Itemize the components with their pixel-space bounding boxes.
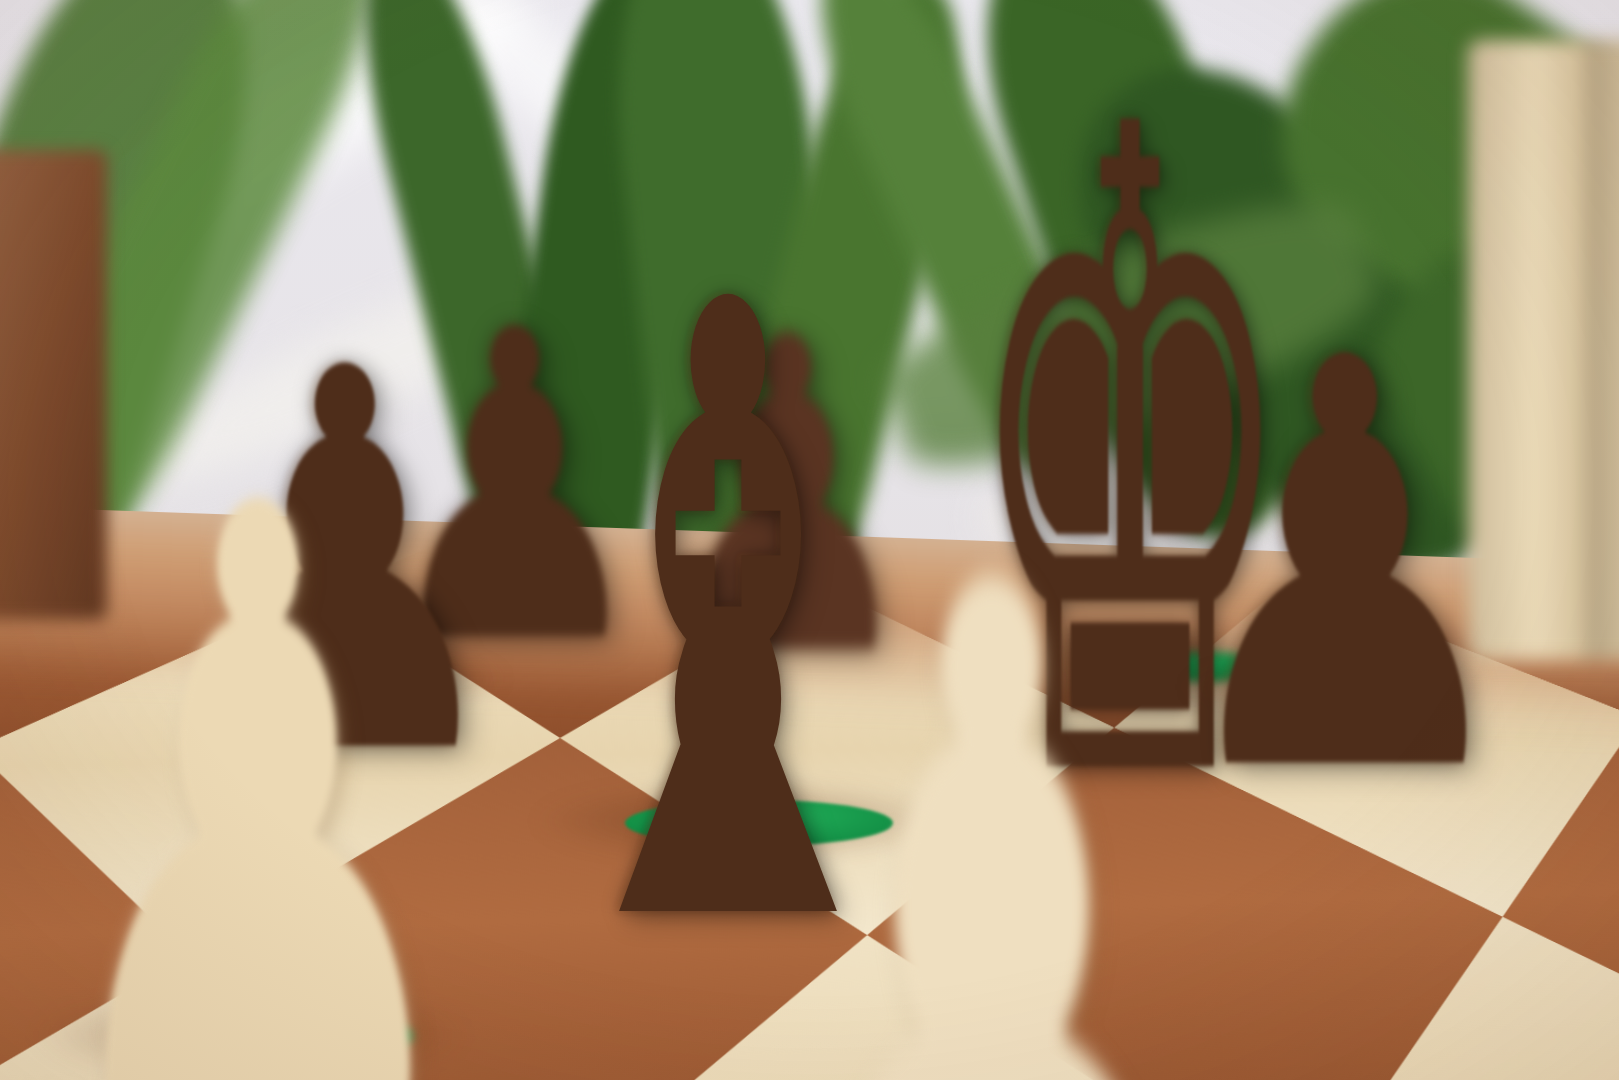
white-pawn-piece: ♟	[714, 442, 1271, 1080]
chess-photo-scene: ♟ ♟ ♚ ♟ ♟ ♝ ♟ ♟	[0, 0, 1619, 1080]
white-pawn-piece: ♟	[31, 400, 486, 1080]
